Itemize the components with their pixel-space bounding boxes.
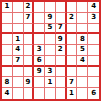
cell-r5c8-given[interactable]: 5 (77, 45, 88, 56)
cell-r7c8-empty[interactable] (77, 67, 88, 78)
cell-r2c8-empty[interactable] (77, 13, 88, 24)
cell-r6c8-given[interactable]: 4 (77, 56, 88, 67)
cell-r7c4-given[interactable]: 9 (34, 67, 45, 78)
cell-r3c2-empty[interactable] (13, 24, 24, 35)
cell-r4c3-empty[interactable] (24, 34, 35, 45)
cell-r7c3-empty[interactable] (24, 67, 35, 78)
cell-r2c2-empty[interactable] (13, 13, 24, 24)
cell-r7c9-empty[interactable] (88, 67, 99, 78)
cell-r6c3-empty[interactable] (24, 56, 35, 67)
cell-r8c4-empty[interactable] (34, 77, 45, 88)
cell-r7c5-given[interactable]: 3 (45, 67, 56, 78)
cell-r8c3-given[interactable]: 9 (24, 77, 35, 88)
cell-r5c4-given[interactable]: 3 (34, 45, 45, 56)
cell-r4c1-empty[interactable] (2, 34, 13, 45)
cell-r9c7-given[interactable]: 1 (67, 88, 78, 99)
cell-r9c6-empty[interactable] (56, 88, 67, 99)
cell-r5c6-given[interactable]: 2 (56, 45, 67, 56)
cell-r9c9-given[interactable]: 6 (88, 88, 99, 99)
cell-r8c5-given[interactable]: 1 (45, 77, 56, 88)
cell-r6c9-empty[interactable] (88, 56, 99, 67)
cell-r8c2-empty[interactable] (13, 77, 24, 88)
cell-r4c9-empty[interactable] (88, 34, 99, 45)
cell-r4c8-given[interactable]: 8 (77, 34, 88, 45)
cell-r4c4-empty[interactable] (34, 34, 45, 45)
cell-r6c1-empty[interactable] (2, 56, 13, 67)
cell-r5c3-empty[interactable] (24, 45, 35, 56)
cell-r4c2-given[interactable]: 1 (13, 34, 24, 45)
cell-r5c7-empty[interactable] (67, 45, 78, 56)
cell-r6c2-given[interactable]: 7 (13, 56, 24, 67)
cell-r9c5-empty[interactable] (45, 88, 56, 99)
cell-r8c1-given[interactable]: 8 (2, 77, 13, 88)
cell-r5c5-empty[interactable] (45, 45, 56, 56)
cell-r1c5-empty[interactable] (45, 2, 56, 13)
cell-r5c9-empty[interactable] (88, 45, 99, 56)
cell-r9c3-empty[interactable] (24, 88, 35, 99)
cell-r9c8-empty[interactable] (77, 88, 88, 99)
cell-r7c2-empty[interactable] (13, 67, 24, 78)
cell-r1c2-empty[interactable] (13, 2, 24, 13)
cell-r3c7-empty[interactable] (67, 24, 78, 35)
cell-r1c4-empty[interactable] (34, 2, 45, 13)
cell-r8c9-empty[interactable] (88, 77, 99, 88)
cell-r8c6-empty[interactable] (56, 77, 67, 88)
cell-r1c8-empty[interactable] (77, 2, 88, 13)
cell-r1c1-given[interactable]: 1 (2, 2, 13, 13)
cell-r5c1-empty[interactable] (2, 45, 13, 56)
cell-r6c6-empty[interactable] (56, 56, 67, 67)
cell-r2c6-empty[interactable] (56, 13, 67, 24)
cell-r6c7-empty[interactable] (67, 56, 78, 67)
cell-r9c1-given[interactable]: 4 (2, 88, 13, 99)
cell-r7c6-empty[interactable] (56, 67, 67, 78)
cell-r6c4-given[interactable]: 6 (34, 56, 45, 67)
cell-r4c5-empty[interactable] (45, 34, 56, 45)
cell-r6c5-empty[interactable] (45, 56, 56, 67)
cell-r9c4-empty[interactable] (34, 88, 45, 99)
cell-r2c1-empty[interactable] (2, 13, 13, 24)
sudoku-board: 1247923571984325764938917416 (0, 0, 101, 101)
cell-r4c7-empty[interactable] (67, 34, 78, 45)
cell-r8c7-given[interactable]: 7 (67, 77, 78, 88)
cell-r5c2-given[interactable]: 4 (13, 45, 24, 56)
cell-r2c9-given[interactable]: 3 (88, 13, 99, 24)
cell-r3c8-empty[interactable] (77, 24, 88, 35)
cell-r1c6-empty[interactable] (56, 2, 67, 13)
cell-r3c3-empty[interactable] (24, 24, 35, 35)
cell-r1c9-given[interactable]: 4 (88, 2, 99, 13)
cell-r9c2-empty[interactable] (13, 88, 24, 99)
cell-r3c6-given[interactable]: 7 (56, 24, 67, 35)
cell-r4c6-given[interactable]: 9 (56, 34, 67, 45)
cell-r1c3-given[interactable]: 2 (24, 2, 35, 13)
cell-r3c1-empty[interactable] (2, 24, 13, 35)
cell-r3c5-given[interactable]: 5 (45, 24, 56, 35)
cell-r2c5-given[interactable]: 9 (45, 13, 56, 24)
cell-r1c7-empty[interactable] (67, 2, 78, 13)
cell-r2c7-given[interactable]: 2 (67, 13, 78, 24)
cell-r3c4-empty[interactable] (34, 24, 45, 35)
cell-r8c8-empty[interactable] (77, 77, 88, 88)
cell-r7c1-empty[interactable] (2, 67, 13, 78)
cell-r7c7-empty[interactable] (67, 67, 78, 78)
cell-r2c3-given[interactable]: 7 (24, 13, 35, 24)
cell-r3c9-empty[interactable] (88, 24, 99, 35)
cell-r2c4-empty[interactable] (34, 13, 45, 24)
